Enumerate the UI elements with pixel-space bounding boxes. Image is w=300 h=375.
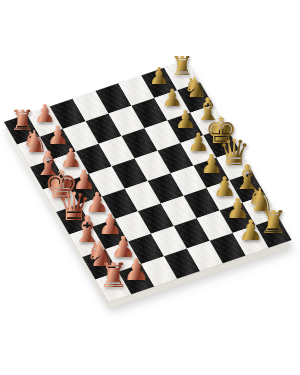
chess-set-photo: ♜♞♝♚♛♝♞♜♟♟♟♟♟♟♟♟♟♟♟♟♟♟♟♟♜♞♝♚♛♝♞♜ — [0, 0, 300, 375]
chess-board — [4, 60, 292, 302]
